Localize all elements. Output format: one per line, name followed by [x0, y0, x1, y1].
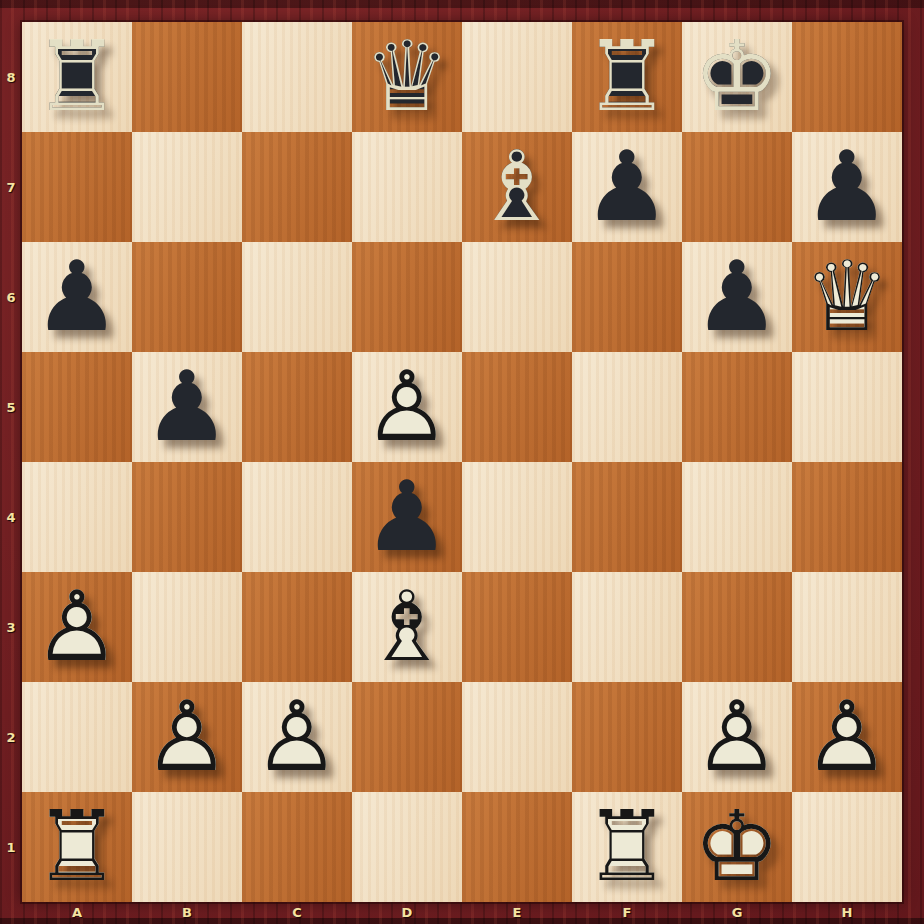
black-rook-outline: ♖ — [572, 22, 682, 132]
chess-board-window: ♜♖♛♕♜♖♚♔♝♗♟♟♟♟♛♕♟♟♙♟♟♙♝♗♟♙♟♙♟♙♟♙♜♖♜♖♚♔ 8… — [0, 0, 924, 924]
white-queen-outline: ♕ — [792, 242, 902, 352]
square-f3[interactable] — [572, 572, 682, 682]
square-h5[interactable] — [792, 352, 902, 462]
square-c4[interactable] — [242, 462, 352, 572]
white-pawn-outline: ♙ — [132, 682, 242, 792]
square-d4[interactable]: ♟ — [352, 462, 462, 572]
square-a5[interactable] — [22, 352, 132, 462]
black-pawn-glyph: ♟ — [352, 462, 462, 572]
white-king-outline: ♔ — [682, 792, 792, 902]
square-c5[interactable] — [242, 352, 352, 462]
square-h8[interactable] — [792, 22, 902, 132]
black-pawn-glyph: ♟ — [22, 242, 132, 352]
square-g8[interactable]: ♚♔ — [682, 22, 792, 132]
piece-white-pawn[interactable]: ♟♙ — [792, 682, 902, 792]
piece-black-pawn[interactable]: ♟ — [132, 352, 242, 462]
piece-black-pawn[interactable]: ♟ — [22, 242, 132, 352]
square-b2[interactable]: ♟♙ — [132, 682, 242, 792]
white-rook-outline: ♖ — [22, 792, 132, 902]
square-b7[interactable] — [132, 132, 242, 242]
white-rook-outline: ♖ — [572, 792, 682, 902]
square-d2[interactable] — [352, 682, 462, 792]
square-d8[interactable]: ♛♕ — [352, 22, 462, 132]
square-f6[interactable] — [572, 242, 682, 352]
square-a1[interactable]: ♜♖ — [22, 792, 132, 902]
square-c7[interactable] — [242, 132, 352, 242]
piece-white-pawn[interactable]: ♟♙ — [22, 572, 132, 682]
piece-black-pawn[interactable]: ♟ — [352, 462, 462, 572]
square-h4[interactable] — [792, 462, 902, 572]
rank-label-3: 3 — [0, 572, 22, 682]
square-e2[interactable] — [462, 682, 572, 792]
square-b8[interactable] — [132, 22, 242, 132]
file-label-d: D — [352, 902, 462, 923]
piece-white-pawn[interactable]: ♟♙ — [352, 352, 462, 462]
square-c6[interactable] — [242, 242, 352, 352]
piece-white-rook[interactable]: ♜♖ — [22, 792, 132, 902]
square-f7[interactable]: ♟ — [572, 132, 682, 242]
square-f5[interactable] — [572, 352, 682, 462]
square-b3[interactable] — [132, 572, 242, 682]
piece-black-rook[interactable]: ♜♖ — [572, 22, 682, 132]
square-d1[interactable] — [352, 792, 462, 902]
square-f2[interactable] — [572, 682, 682, 792]
piece-black-pawn[interactable]: ♟ — [572, 132, 682, 242]
square-c3[interactable] — [242, 572, 352, 682]
square-e4[interactable] — [462, 462, 572, 572]
black-pawn-glyph: ♟ — [792, 132, 902, 242]
square-e3[interactable] — [462, 572, 572, 682]
file-label-e: E — [462, 902, 572, 923]
rank-label-1: 1 — [0, 792, 22, 902]
square-g4[interactable] — [682, 462, 792, 572]
file-label-c: C — [242, 902, 352, 923]
black-pawn-glyph: ♟ — [682, 242, 792, 352]
square-h2[interactable]: ♟♙ — [792, 682, 902, 792]
square-e6[interactable] — [462, 242, 572, 352]
piece-black-pawn[interactable]: ♟ — [682, 242, 792, 352]
square-g1[interactable]: ♚♔ — [682, 792, 792, 902]
white-pawn-outline: ♙ — [682, 682, 792, 792]
square-c8[interactable] — [242, 22, 352, 132]
square-d7[interactable] — [352, 132, 462, 242]
square-f4[interactable] — [572, 462, 682, 572]
white-pawn-outline: ♙ — [22, 572, 132, 682]
black-bishop-outline: ♗ — [462, 132, 572, 242]
file-label-h: H — [792, 902, 902, 923]
square-h6[interactable]: ♛♕ — [792, 242, 902, 352]
rank-label-4: 4 — [0, 462, 22, 572]
square-h3[interactable] — [792, 572, 902, 682]
square-a3[interactable]: ♟♙ — [22, 572, 132, 682]
square-f1[interactable]: ♜♖ — [572, 792, 682, 902]
piece-white-pawn[interactable]: ♟♙ — [132, 682, 242, 792]
square-h7[interactable]: ♟ — [792, 132, 902, 242]
square-c1[interactable] — [242, 792, 352, 902]
file-label-b: B — [132, 902, 242, 923]
board-squares: ♜♖♛♕♜♖♚♔♝♗♟♟♟♟♛♕♟♟♙♟♟♙♝♗♟♙♟♙♟♙♟♙♜♖♜♖♚♔ — [22, 22, 902, 902]
square-g3[interactable] — [682, 572, 792, 682]
rank-label-5: 5 — [0, 352, 22, 462]
piece-white-queen[interactable]: ♛♕ — [792, 242, 902, 352]
black-king-outline: ♔ — [682, 22, 792, 132]
square-a7[interactable] — [22, 132, 132, 242]
white-bishop-outline: ♗ — [352, 572, 462, 682]
square-e1[interactable] — [462, 792, 572, 902]
square-g6[interactable]: ♟ — [682, 242, 792, 352]
square-e5[interactable] — [462, 352, 572, 462]
piece-black-bishop[interactable]: ♝♗ — [462, 132, 572, 242]
square-g7[interactable] — [682, 132, 792, 242]
piece-white-pawn[interactable]: ♟♙ — [242, 682, 352, 792]
white-pawn-outline: ♙ — [352, 352, 462, 462]
square-e7[interactable]: ♝♗ — [462, 132, 572, 242]
square-c2[interactable]: ♟♙ — [242, 682, 352, 792]
piece-white-king[interactable]: ♚♔ — [682, 792, 792, 902]
black-queen-outline: ♕ — [352, 22, 462, 132]
square-g5[interactable] — [682, 352, 792, 462]
white-pawn-outline: ♙ — [792, 682, 902, 792]
square-a2[interactable] — [22, 682, 132, 792]
square-b1[interactable] — [132, 792, 242, 902]
file-label-f: F — [572, 902, 682, 923]
square-h1[interactable] — [792, 792, 902, 902]
file-label-g: G — [682, 902, 792, 923]
piece-white-bishop[interactable]: ♝♗ — [352, 572, 462, 682]
black-rook-outline: ♖ — [22, 22, 132, 132]
rank-label-8: 8 — [0, 22, 22, 132]
square-a6[interactable]: ♟ — [22, 242, 132, 352]
piece-black-rook[interactable]: ♜♖ — [22, 22, 132, 132]
square-a4[interactable] — [22, 462, 132, 572]
black-pawn-glyph: ♟ — [572, 132, 682, 242]
square-b4[interactable] — [132, 462, 242, 572]
piece-black-queen[interactable]: ♛♕ — [352, 22, 462, 132]
rank-label-7: 7 — [0, 132, 22, 242]
square-b5[interactable]: ♟ — [132, 352, 242, 462]
piece-black-pawn[interactable]: ♟ — [792, 132, 902, 242]
square-g2[interactable]: ♟♙ — [682, 682, 792, 792]
white-pawn-outline: ♙ — [242, 682, 352, 792]
rank-label-2: 2 — [0, 682, 22, 792]
file-label-a: A — [22, 902, 132, 923]
square-a8[interactable]: ♜♖ — [22, 22, 132, 132]
piece-white-pawn[interactable]: ♟♙ — [682, 682, 792, 792]
square-d6[interactable] — [352, 242, 462, 352]
piece-white-rook[interactable]: ♜♖ — [572, 792, 682, 902]
square-d5[interactable]: ♟♙ — [352, 352, 462, 462]
square-f8[interactable]: ♜♖ — [572, 22, 682, 132]
rank-label-6: 6 — [0, 242, 22, 352]
square-b6[interactable] — [132, 242, 242, 352]
piece-black-king[interactable]: ♚♔ — [682, 22, 792, 132]
square-d3[interactable]: ♝♗ — [352, 572, 462, 682]
black-pawn-glyph: ♟ — [132, 352, 242, 462]
square-e8[interactable] — [462, 22, 572, 132]
